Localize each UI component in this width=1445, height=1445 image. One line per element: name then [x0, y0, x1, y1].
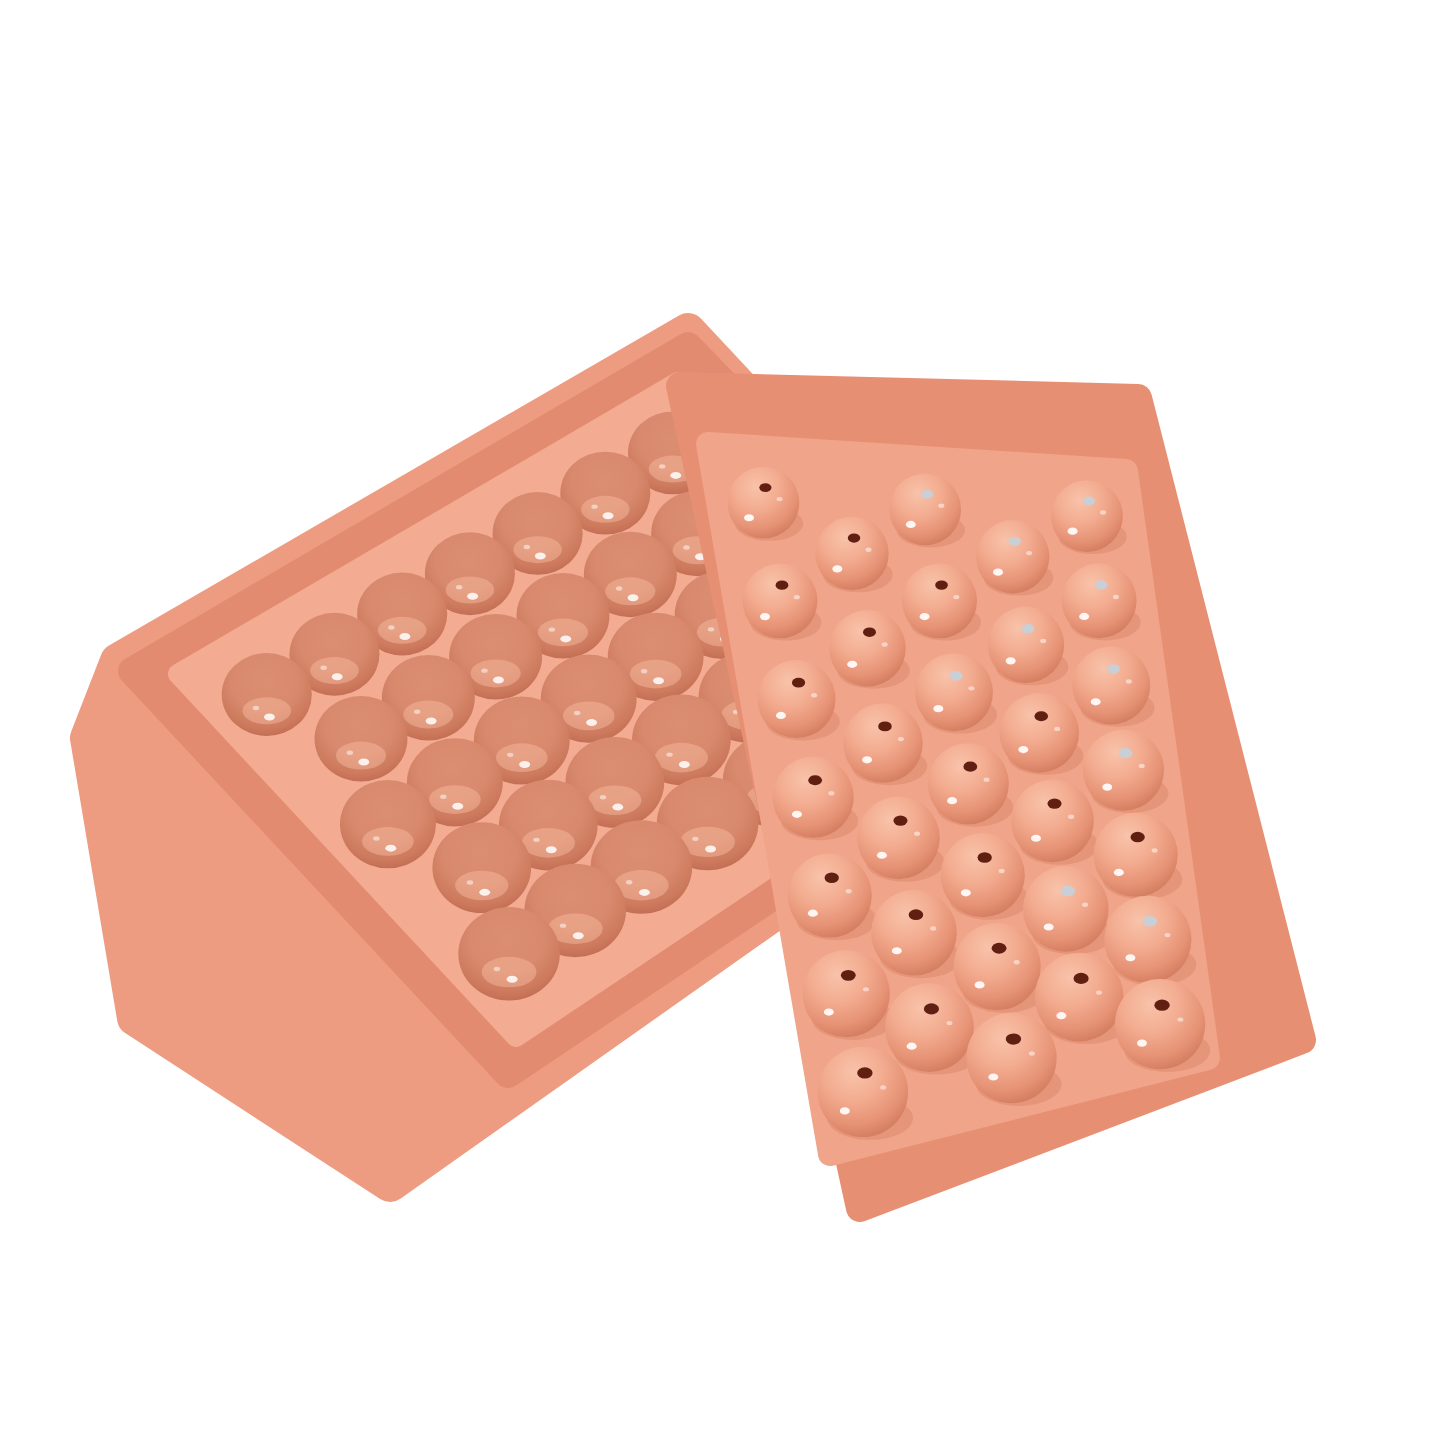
- glint: [1114, 869, 1124, 876]
- cavity-inner-light: [655, 743, 708, 773]
- glint: [961, 889, 971, 896]
- glint: [332, 673, 343, 680]
- fill-hole: [759, 483, 771, 492]
- glint: [988, 1073, 998, 1080]
- glint: [1026, 551, 1032, 555]
- glint: [708, 627, 714, 631]
- glint: [414, 710, 420, 714]
- glint: [628, 594, 639, 601]
- glint: [760, 613, 770, 620]
- fill-hole: [1095, 580, 1108, 589]
- glint: [456, 585, 462, 589]
- glint: [776, 712, 786, 719]
- glint: [426, 718, 437, 725]
- glint: [914, 832, 920, 836]
- glint: [1040, 639, 1046, 643]
- fill-hole: [924, 1003, 939, 1014]
- fill-hole: [1083, 497, 1095, 506]
- glint: [612, 804, 623, 811]
- glint: [524, 545, 530, 549]
- glint: [946, 1021, 952, 1025]
- cavity-inner-light: [455, 871, 508, 901]
- cavity-inner-light: [378, 617, 427, 644]
- glint: [535, 552, 546, 559]
- glint: [1091, 698, 1101, 705]
- glint: [882, 642, 888, 646]
- glint: [373, 836, 379, 840]
- glint: [968, 686, 974, 690]
- glint: [705, 845, 716, 852]
- glint: [549, 627, 555, 631]
- glint: [792, 811, 802, 818]
- glint: [385, 845, 396, 852]
- glint: [670, 472, 681, 479]
- glint: [347, 751, 353, 755]
- fill-hole: [1006, 1033, 1021, 1044]
- glint: [641, 669, 647, 673]
- fill-hole: [992, 943, 1007, 954]
- fill-hole: [893, 815, 907, 825]
- glint: [546, 846, 557, 853]
- glint: [1079, 613, 1089, 620]
- fill-hole: [1107, 664, 1120, 674]
- glint: [877, 852, 887, 859]
- glint: [692, 837, 698, 841]
- scene-svg: [40, 16, 1445, 1445]
- glint: [777, 497, 783, 501]
- glint: [507, 976, 518, 983]
- glint: [999, 869, 1005, 873]
- glint: [832, 565, 842, 572]
- fill-hole: [1021, 624, 1034, 634]
- glint: [1100, 510, 1106, 514]
- glint: [975, 981, 985, 988]
- glint: [440, 795, 446, 799]
- glint: [1126, 679, 1132, 683]
- glint: [1152, 848, 1158, 852]
- glint: [591, 504, 597, 508]
- cavity-inner-light: [581, 496, 630, 523]
- fill-hole: [909, 909, 924, 920]
- glint: [653, 677, 664, 684]
- glint: [507, 753, 513, 757]
- glint: [1029, 1051, 1035, 1055]
- glint: [659, 464, 665, 468]
- glint: [320, 666, 326, 670]
- glint: [519, 761, 530, 768]
- glint: [1137, 1039, 1147, 1046]
- glint: [866, 548, 872, 552]
- glint: [1056, 1012, 1066, 1019]
- glint: [626, 880, 632, 884]
- fill-hole: [878, 721, 892, 731]
- glint: [1177, 1017, 1183, 1021]
- ice-cavity: [340, 780, 436, 868]
- glint: [1096, 990, 1102, 994]
- cavity-inner-light: [563, 702, 615, 731]
- glint: [479, 889, 490, 896]
- glint: [679, 761, 690, 768]
- cavity-inner-light: [310, 657, 359, 684]
- cavity-inner-light: [242, 697, 291, 724]
- glint: [452, 803, 463, 810]
- glint: [906, 521, 916, 528]
- glint: [920, 613, 930, 620]
- cavity-inner-light: [403, 701, 453, 729]
- glint: [847, 661, 857, 668]
- glint: [1006, 657, 1016, 664]
- glint: [840, 1107, 850, 1114]
- fill-hole: [848, 533, 860, 542]
- glint: [794, 595, 800, 599]
- glint: [898, 737, 904, 741]
- glint: [947, 797, 957, 804]
- glint: [481, 668, 487, 672]
- glint: [493, 676, 504, 683]
- cavity-inner-light: [605, 577, 655, 605]
- fill-hole: [1142, 916, 1157, 927]
- ice-cavity: [315, 696, 408, 782]
- glint: [892, 947, 902, 954]
- cavity-inner-light: [513, 536, 562, 563]
- ice-cavity: [432, 822, 531, 913]
- cavity-inner-light: [630, 660, 682, 689]
- fill-hole: [1154, 999, 1169, 1010]
- glint: [603, 512, 614, 519]
- glint: [1082, 902, 1088, 906]
- glint: [253, 706, 259, 710]
- glint: [1031, 835, 1041, 842]
- glint: [533, 838, 539, 842]
- glint: [744, 514, 754, 521]
- fill-hole: [776, 580, 789, 589]
- glint: [1113, 595, 1119, 599]
- glint: [1044, 923, 1054, 930]
- glint: [639, 889, 650, 896]
- glint: [1139, 764, 1145, 768]
- fill-hole: [921, 490, 933, 499]
- glint: [616, 586, 622, 590]
- fill-hole: [935, 580, 948, 589]
- glint: [984, 777, 990, 781]
- cavity-inner-light: [522, 828, 575, 858]
- glint: [467, 593, 478, 600]
- fill-hole: [792, 678, 805, 688]
- fill-hole: [963, 762, 977, 772]
- cavity-inner-light: [538, 618, 588, 646]
- glint: [1018, 746, 1028, 753]
- ice-cavity: [458, 907, 560, 1000]
- fill-hole: [863, 627, 876, 637]
- cavity-inner-light: [482, 957, 537, 987]
- fill-hole: [1119, 748, 1133, 758]
- fill-hole: [1008, 537, 1020, 546]
- fill-hole: [825, 873, 839, 884]
- glint: [1068, 815, 1074, 819]
- glint: [586, 719, 597, 726]
- glint: [811, 693, 817, 697]
- glint: [993, 569, 1003, 576]
- product-photo: Product photo on a plain white backgroun…: [40, 16, 1445, 1445]
- fill-hole: [1034, 711, 1048, 721]
- glint: [863, 987, 869, 991]
- glint: [808, 910, 818, 917]
- glint: [930, 926, 936, 930]
- cavity-inner-light: [496, 743, 548, 772]
- fill-hole: [949, 671, 962, 681]
- cavity-inner-light: [362, 827, 414, 856]
- glint: [1125, 954, 1135, 961]
- fill-hole: [1061, 886, 1076, 897]
- fill-hole: [1074, 973, 1089, 984]
- glint: [846, 889, 852, 893]
- glint: [824, 1008, 834, 1015]
- glint: [358, 759, 369, 766]
- glint: [1068, 528, 1078, 535]
- glint: [467, 880, 473, 884]
- glint: [828, 791, 834, 795]
- cavity-inner-light: [471, 659, 521, 687]
- glint: [573, 932, 584, 939]
- glint: [264, 714, 275, 721]
- glint: [953, 595, 959, 599]
- fill-hole: [857, 1067, 872, 1078]
- glint: [600, 795, 606, 799]
- fill-hole: [841, 970, 856, 981]
- fill-hole: [1048, 798, 1062, 808]
- ice-cavity: [222, 653, 312, 736]
- cavity-inner-light: [429, 785, 481, 814]
- glint: [574, 711, 580, 715]
- glint: [666, 752, 672, 756]
- fill-hole: [808, 775, 822, 785]
- glint: [1014, 960, 1020, 964]
- glint: [938, 504, 944, 508]
- glint: [933, 705, 943, 712]
- glint: [862, 756, 872, 763]
- cavity-inner-light: [588, 785, 641, 815]
- glint: [907, 1043, 917, 1050]
- glint: [560, 635, 571, 642]
- fill-hole: [978, 852, 992, 863]
- glint: [1164, 933, 1170, 937]
- glint: [494, 967, 500, 971]
- glint: [683, 545, 689, 549]
- glint: [399, 633, 410, 640]
- fill-hole: [1131, 832, 1145, 843]
- glint: [560, 923, 566, 927]
- cavity-inner-light: [446, 576, 495, 603]
- cavity-inner-light: [336, 742, 386, 770]
- glint: [880, 1085, 886, 1089]
- glint: [388, 625, 394, 629]
- glint: [1102, 784, 1112, 791]
- glint: [1054, 727, 1060, 731]
